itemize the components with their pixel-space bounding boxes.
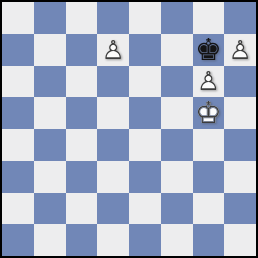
square-e2[interactable]: [129, 193, 161, 225]
square-b2[interactable]: [34, 193, 66, 225]
square-e7[interactable]: [129, 34, 161, 66]
square-c3[interactable]: [66, 161, 98, 193]
square-g3[interactable]: [193, 161, 225, 193]
square-c6[interactable]: [66, 66, 98, 98]
square-a5[interactable]: [2, 97, 34, 129]
square-c5[interactable]: [66, 97, 98, 129]
chess-board: ♟♙♚♟♙♟♙♚♔: [2, 2, 256, 256]
black-king-g7[interactable]: ♚: [193, 34, 225, 66]
square-b4[interactable]: [34, 129, 66, 161]
square-h3[interactable]: [224, 161, 256, 193]
square-a8[interactable]: [2, 2, 34, 34]
white-pawn-h7[interactable]: ♟♙: [224, 34, 256, 66]
square-b7[interactable]: [34, 34, 66, 66]
square-e3[interactable]: [129, 161, 161, 193]
square-h2[interactable]: [224, 193, 256, 225]
square-b1[interactable]: [34, 224, 66, 256]
square-f5[interactable]: [161, 97, 193, 129]
square-h8[interactable]: [224, 2, 256, 34]
square-f6[interactable]: [161, 66, 193, 98]
black-king-fill-glyph: ♚: [193, 34, 225, 66]
white-king-g5[interactable]: ♚♔: [193, 97, 225, 129]
square-d6[interactable]: [97, 66, 129, 98]
square-g5[interactable]: ♚♔: [193, 97, 225, 129]
white-pawn-g6[interactable]: ♟♙: [193, 66, 225, 98]
square-b5[interactable]: [34, 97, 66, 129]
square-b3[interactable]: [34, 161, 66, 193]
square-g4[interactable]: [193, 129, 225, 161]
square-e8[interactable]: [129, 2, 161, 34]
square-a7[interactable]: [2, 34, 34, 66]
square-f7[interactable]: [161, 34, 193, 66]
square-e4[interactable]: [129, 129, 161, 161]
square-a3[interactable]: [2, 161, 34, 193]
square-b8[interactable]: [34, 2, 66, 34]
square-h7[interactable]: ♟♙: [224, 34, 256, 66]
square-f8[interactable]: [161, 2, 193, 34]
square-d3[interactable]: [97, 161, 129, 193]
square-g7[interactable]: ♚: [193, 34, 225, 66]
white-king-outline-glyph: ♔: [193, 97, 225, 129]
square-h1[interactable]: [224, 224, 256, 256]
square-g1[interactable]: [193, 224, 225, 256]
square-c7[interactable]: [66, 34, 98, 66]
square-c2[interactable]: [66, 193, 98, 225]
square-b6[interactable]: [34, 66, 66, 98]
square-d1[interactable]: [97, 224, 129, 256]
square-a1[interactable]: [2, 224, 34, 256]
square-f4[interactable]: [161, 129, 193, 161]
square-h6[interactable]: [224, 66, 256, 98]
square-d7[interactable]: ♟♙: [97, 34, 129, 66]
square-c1[interactable]: [66, 224, 98, 256]
white-pawn-outline-glyph: ♙: [97, 34, 129, 66]
square-e1[interactable]: [129, 224, 161, 256]
square-f3[interactable]: [161, 161, 193, 193]
square-d2[interactable]: [97, 193, 129, 225]
white-pawn-outline-glyph: ♙: [193, 66, 225, 98]
square-d8[interactable]: [97, 2, 129, 34]
square-f2[interactable]: [161, 193, 193, 225]
square-g8[interactable]: [193, 2, 225, 34]
square-c8[interactable]: [66, 2, 98, 34]
chess-diagram: ♟♙♚♟♙♟♙♚♔: [0, 0, 258, 258]
square-c4[interactable]: [66, 129, 98, 161]
square-e6[interactable]: [129, 66, 161, 98]
square-h5[interactable]: [224, 97, 256, 129]
square-a4[interactable]: [2, 129, 34, 161]
square-g6[interactable]: ♟♙: [193, 66, 225, 98]
white-pawn-d7[interactable]: ♟♙: [97, 34, 129, 66]
white-pawn-outline-glyph: ♙: [224, 34, 256, 66]
square-a2[interactable]: [2, 193, 34, 225]
square-a6[interactable]: [2, 66, 34, 98]
square-f1[interactable]: [161, 224, 193, 256]
square-e5[interactable]: [129, 97, 161, 129]
square-g2[interactable]: [193, 193, 225, 225]
square-d5[interactable]: [97, 97, 129, 129]
square-h4[interactable]: [224, 129, 256, 161]
square-d4[interactable]: [97, 129, 129, 161]
